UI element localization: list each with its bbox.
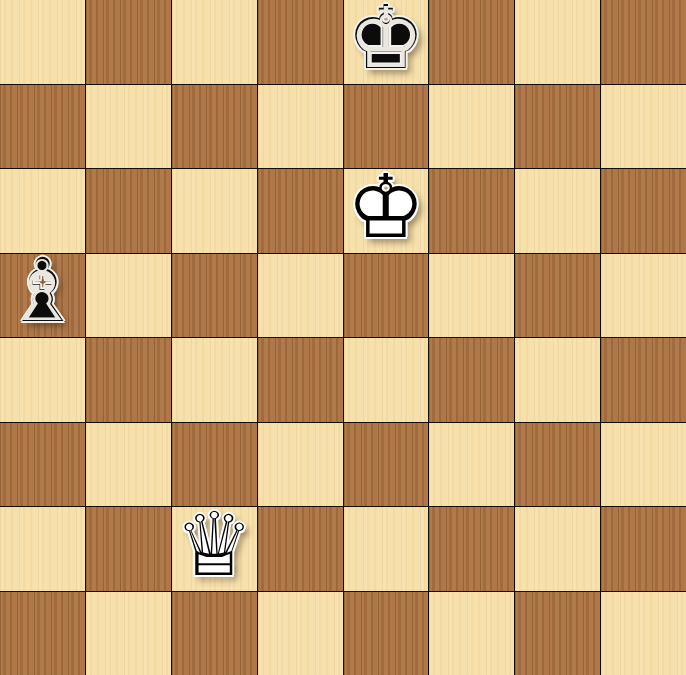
square-e6[interactable]: ♚♔ <box>344 169 429 253</box>
black-king-outline: ♔ <box>348 0 423 80</box>
square-f5[interactable] <box>429 254 514 338</box>
square-e4[interactable] <box>344 338 429 422</box>
square-c5[interactable] <box>172 254 257 338</box>
square-c1[interactable] <box>172 592 257 675</box>
square-b8[interactable] <box>86 0 171 84</box>
white-queen-outline: ♕ <box>175 501 254 589</box>
chess-board: ♚♔♚♔♝♗♛♕ <box>0 0 686 675</box>
square-d7[interactable] <box>258 85 343 169</box>
black-bishop-outline: ♗ <box>5 250 80 334</box>
square-g5[interactable] <box>515 254 600 338</box>
square-f4[interactable] <box>429 338 514 422</box>
square-c8[interactable] <box>172 0 257 84</box>
square-b3[interactable] <box>86 423 171 507</box>
square-d5[interactable] <box>258 254 343 338</box>
square-a3[interactable] <box>0 423 85 507</box>
square-f7[interactable] <box>429 85 514 169</box>
chess-board-wrapper: ♚♔♚♔♝♗♛♕ <box>0 0 686 675</box>
square-h2[interactable] <box>601 507 686 591</box>
square-g2[interactable] <box>515 507 600 591</box>
square-b7[interactable] <box>86 85 171 169</box>
square-e8[interactable]: ♚♔ <box>344 0 429 84</box>
square-g8[interactable] <box>515 0 600 84</box>
square-a5[interactable]: ♝♗ <box>0 254 85 338</box>
square-f3[interactable] <box>429 423 514 507</box>
piece-black-bishop[interactable]: ♝♗ <box>0 254 85 338</box>
square-d3[interactable] <box>258 423 343 507</box>
square-g7[interactable] <box>515 85 600 169</box>
square-h8[interactable] <box>601 0 686 84</box>
square-d6[interactable] <box>258 169 343 253</box>
square-h4[interactable] <box>601 338 686 422</box>
square-e1[interactable] <box>344 592 429 675</box>
piece-black-king[interactable]: ♚♔ <box>344 0 429 84</box>
square-c7[interactable] <box>172 85 257 169</box>
square-a7[interactable] <box>0 85 85 169</box>
square-c4[interactable] <box>172 338 257 422</box>
square-c2[interactable]: ♛♕ <box>172 507 257 591</box>
square-b1[interactable] <box>86 592 171 675</box>
square-a2[interactable] <box>0 507 85 591</box>
square-h1[interactable] <box>601 592 686 675</box>
square-a1[interactable] <box>0 592 85 675</box>
square-b6[interactable] <box>86 169 171 253</box>
square-b2[interactable] <box>86 507 171 591</box>
square-h5[interactable] <box>601 254 686 338</box>
square-d4[interactable] <box>258 338 343 422</box>
piece-white-queen[interactable]: ♛♕ <box>172 507 257 591</box>
square-h3[interactable] <box>601 423 686 507</box>
square-c6[interactable] <box>172 169 257 253</box>
square-d1[interactable] <box>258 592 343 675</box>
square-e5[interactable] <box>344 254 429 338</box>
square-f1[interactable] <box>429 592 514 675</box>
square-h7[interactable] <box>601 85 686 169</box>
square-g4[interactable] <box>515 338 600 422</box>
square-d8[interactable] <box>258 0 343 84</box>
square-f8[interactable] <box>429 0 514 84</box>
square-f2[interactable] <box>429 507 514 591</box>
square-g3[interactable] <box>515 423 600 507</box>
square-h6[interactable] <box>601 169 686 253</box>
square-d2[interactable] <box>258 507 343 591</box>
square-e3[interactable] <box>344 423 429 507</box>
square-b5[interactable] <box>86 254 171 338</box>
square-a4[interactable] <box>0 338 85 422</box>
square-g6[interactable] <box>515 169 600 253</box>
white-king-outline: ♔ <box>346 163 425 251</box>
square-e2[interactable] <box>344 507 429 591</box>
square-f6[interactable] <box>429 169 514 253</box>
piece-white-king[interactable]: ♚♔ <box>344 169 429 253</box>
square-b4[interactable] <box>86 338 171 422</box>
square-a8[interactable] <box>0 0 85 84</box>
square-g1[interactable] <box>515 592 600 675</box>
